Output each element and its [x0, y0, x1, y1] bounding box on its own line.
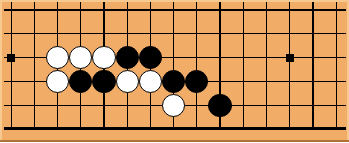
- black-stone: [185, 70, 208, 93]
- grid-line-horizontal: [4, 9, 346, 10]
- white-stone: [139, 70, 162, 93]
- black-stone: [208, 94, 231, 117]
- grid-line-vertical: [336, 2, 337, 130]
- star-point: [7, 54, 15, 62]
- white-stone: [116, 70, 139, 93]
- board-edge-line: [4, 127, 346, 131]
- white-stone: [46, 46, 69, 69]
- black-stone: [162, 70, 185, 93]
- bevel-left: [0, 0, 2, 142]
- grid-line-vertical: [34, 2, 35, 130]
- black-stone: [92, 70, 115, 93]
- white-stone: [162, 94, 185, 117]
- black-stone: [69, 70, 92, 93]
- bevel-bottom: [0, 140, 349, 143]
- white-stone: [69, 46, 92, 69]
- white-stone: [46, 70, 69, 93]
- go-board-diagram: [0, 0, 349, 142]
- grid-line-horizontal: [4, 33, 346, 34]
- grid-line-vertical: [266, 2, 267, 130]
- black-stone: [139, 46, 162, 69]
- white-stone: [92, 46, 115, 69]
- grid-line-vertical: [11, 2, 12, 130]
- black-stone: [116, 46, 139, 69]
- grid-line-vertical: [196, 2, 197, 130]
- star-point: [286, 54, 294, 62]
- grid-line-vertical: [289, 2, 290, 130]
- bevel-top: [0, 0, 349, 2]
- grid-line-vertical: [312, 2, 313, 130]
- go-board[interactable]: [0, 0, 349, 142]
- grid-line-vertical: [243, 2, 244, 130]
